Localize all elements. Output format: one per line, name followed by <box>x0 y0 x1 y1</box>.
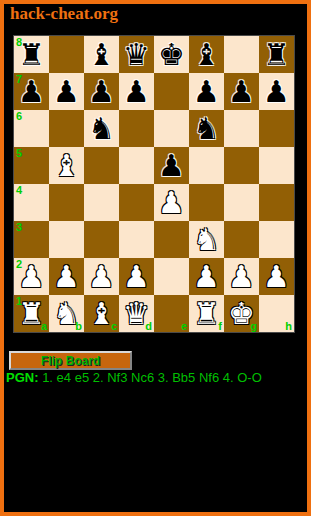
square-b6[interactable] <box>49 110 84 147</box>
rank-label-4: 4 <box>16 184 22 197</box>
piece-black-knight: ♞ <box>88 110 115 147</box>
rank-label-3: 3 <box>16 221 22 234</box>
file-label-d: d <box>145 320 152 332</box>
flip-board-button[interactable]: Flip Board <box>9 351 132 370</box>
square-e3[interactable] <box>154 221 189 258</box>
square-a4[interactable]: 4 <box>14 184 49 221</box>
square-h2[interactable]: ♟ <box>259 258 294 295</box>
piece-black-queen: ♛ <box>123 36 150 73</box>
square-g5[interactable] <box>224 147 259 184</box>
pgn-label: PGN: <box>6 370 39 385</box>
square-a6[interactable]: 6 <box>14 110 49 147</box>
square-b1[interactable]: b♞ <box>49 295 84 332</box>
square-d2[interactable]: ♟ <box>119 258 154 295</box>
watermark: hack-cheat.org <box>10 4 118 24</box>
square-c7[interactable]: ♟ <box>84 73 119 110</box>
piece-black-rook: ♜ <box>263 36 290 73</box>
piece-white-pawn: ♟ <box>158 184 185 221</box>
rank-label-6: 6 <box>16 110 22 123</box>
app-screen: hack-cheat.org 8♜♝♛♚♝♜7♟♟♟♟♟♟♟6♞♞5♝♟4♟3♞… <box>0 0 311 516</box>
square-a3[interactable]: 3 <box>14 221 49 258</box>
chess-board: 8♜♝♛♚♝♜7♟♟♟♟♟♟♟6♞♞5♝♟4♟3♞2♟♟♟♟♟♟♟1a♜b♞c♝… <box>13 35 295 333</box>
square-e8[interactable]: ♚ <box>154 36 189 73</box>
piece-black-pawn: ♟ <box>123 73 150 110</box>
file-label-b: b <box>75 320 82 332</box>
square-a7[interactable]: 7♟ <box>14 73 49 110</box>
piece-white-pawn: ♟ <box>228 258 255 295</box>
square-h6[interactable] <box>259 110 294 147</box>
square-e5[interactable]: ♟ <box>154 147 189 184</box>
piece-white-pawn: ♟ <box>88 258 115 295</box>
file-label-f: f <box>218 320 222 332</box>
square-c4[interactable] <box>84 184 119 221</box>
piece-white-bishop: ♝ <box>53 147 80 184</box>
piece-white-pawn: ♟ <box>123 258 150 295</box>
square-g2[interactable]: ♟ <box>224 258 259 295</box>
piece-white-pawn: ♟ <box>263 258 290 295</box>
square-h3[interactable] <box>259 221 294 258</box>
piece-black-king: ♚ <box>158 36 185 73</box>
square-a2[interactable]: 2♟ <box>14 258 49 295</box>
square-f3[interactable]: ♞ <box>189 221 224 258</box>
square-c3[interactable] <box>84 221 119 258</box>
square-e4[interactable]: ♟ <box>154 184 189 221</box>
square-c8[interactable]: ♝ <box>84 36 119 73</box>
square-d5[interactable] <box>119 147 154 184</box>
piece-black-pawn: ♟ <box>88 73 115 110</box>
rank-label-7: 7 <box>16 73 22 86</box>
square-c5[interactable] <box>84 147 119 184</box>
square-g4[interactable] <box>224 184 259 221</box>
square-e2[interactable] <box>154 258 189 295</box>
square-h5[interactable] <box>259 147 294 184</box>
square-d6[interactable] <box>119 110 154 147</box>
square-d7[interactable]: ♟ <box>119 73 154 110</box>
square-f8[interactable]: ♝ <box>189 36 224 73</box>
square-d4[interactable] <box>119 184 154 221</box>
pgn-line: PGN: 1. e4 e5 2. Nf3 Nc6 3. Bb5 Nf6 4. O… <box>6 370 262 385</box>
square-f2[interactable]: ♟ <box>189 258 224 295</box>
square-c6[interactable]: ♞ <box>84 110 119 147</box>
piece-black-pawn: ♟ <box>53 73 80 110</box>
square-e1[interactable]: e <box>154 295 189 332</box>
square-f4[interactable] <box>189 184 224 221</box>
piece-white-pawn: ♟ <box>193 258 220 295</box>
piece-white-knight: ♞ <box>193 221 220 258</box>
square-f7[interactable]: ♟ <box>189 73 224 110</box>
square-b8[interactable] <box>49 36 84 73</box>
square-e7[interactable] <box>154 73 189 110</box>
square-g7[interactable]: ♟ <box>224 73 259 110</box>
piece-black-bishop: ♝ <box>88 36 115 73</box>
square-g8[interactable] <box>224 36 259 73</box>
pgn-moves-text: 1. e4 e5 2. Nf3 Nc6 3. Bb5 Nf6 4. O-O <box>42 370 262 385</box>
square-d8[interactable]: ♛ <box>119 36 154 73</box>
square-f5[interactable] <box>189 147 224 184</box>
file-label-g: g <box>250 320 257 332</box>
rank-label-8: 8 <box>16 36 22 49</box>
file-label-a: a <box>41 320 47 332</box>
square-e6[interactable] <box>154 110 189 147</box>
square-h4[interactable] <box>259 184 294 221</box>
square-f6[interactable]: ♞ <box>189 110 224 147</box>
rank-label-1: 1 <box>16 295 22 308</box>
square-d1[interactable]: d♛ <box>119 295 154 332</box>
square-g1[interactable]: g♚ <box>224 295 259 332</box>
square-f1[interactable]: f♜ <box>189 295 224 332</box>
square-b4[interactable] <box>49 184 84 221</box>
square-h8[interactable]: ♜ <box>259 36 294 73</box>
square-a8[interactable]: 8♜ <box>14 36 49 73</box>
square-a1[interactable]: 1a♜ <box>14 295 49 332</box>
square-h1[interactable]: h <box>259 295 294 332</box>
square-b7[interactable]: ♟ <box>49 73 84 110</box>
square-h7[interactable]: ♟ <box>259 73 294 110</box>
square-d3[interactable] <box>119 221 154 258</box>
square-g6[interactable] <box>224 110 259 147</box>
file-label-c: c <box>111 320 117 332</box>
square-a5[interactable]: 5 <box>14 147 49 184</box>
rank-label-2: 2 <box>16 258 22 271</box>
piece-black-knight: ♞ <box>193 110 220 147</box>
file-label-e: e <box>181 320 187 332</box>
piece-black-pawn: ♟ <box>263 73 290 110</box>
file-label-h: h <box>285 320 292 332</box>
piece-white-pawn: ♟ <box>53 258 80 295</box>
piece-black-bishop: ♝ <box>193 36 220 73</box>
square-b5[interactable]: ♝ <box>49 147 84 184</box>
piece-black-pawn: ♟ <box>158 147 185 184</box>
square-g3[interactable] <box>224 221 259 258</box>
piece-white-rook: ♜ <box>193 295 220 332</box>
square-b3[interactable] <box>49 221 84 258</box>
rank-label-5: 5 <box>16 147 22 160</box>
square-c2[interactable]: ♟ <box>84 258 119 295</box>
piece-black-pawn: ♟ <box>193 73 220 110</box>
square-b2[interactable]: ♟ <box>49 258 84 295</box>
square-c1[interactable]: c♝ <box>84 295 119 332</box>
piece-black-pawn: ♟ <box>228 73 255 110</box>
